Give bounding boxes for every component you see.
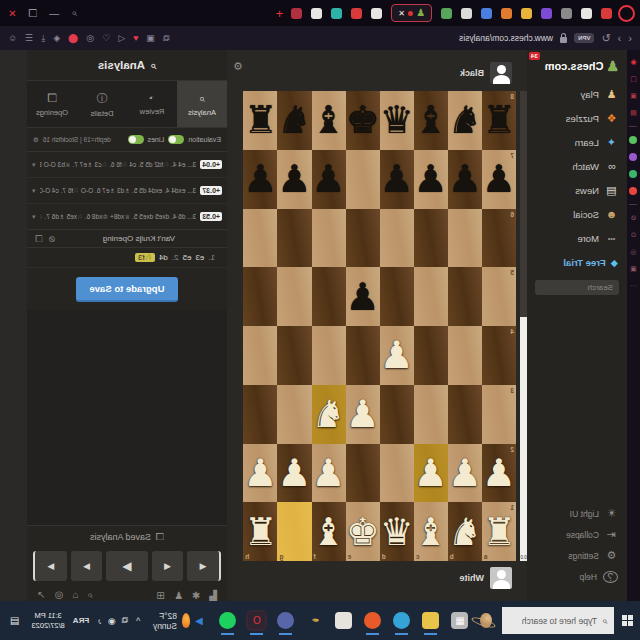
chevron-down-icon[interactable]: ▾ — [32, 187, 36, 195]
footer-item-help[interactable]: ?Help — [527, 566, 627, 587]
square-d7[interactable]: ♟ — [380, 150, 414, 209]
heart-filled-icon[interactable]: ♥ — [133, 33, 138, 43]
footer-item-label: Light UI — [570, 509, 599, 519]
rank-label: 2 — [510, 446, 514, 453]
square-a1[interactable]: ♜1a — [482, 502, 516, 561]
black-piece-c7[interactable]: ♟ — [414, 160, 448, 198]
tray-icon[interactable]: ◉ — [108, 616, 116, 626]
first-move-button[interactable]: ◀ — [187, 551, 221, 581]
notes-app-icon[interactable] — [335, 612, 352, 629]
black-piece-a7[interactable]: ♟ — [482, 160, 516, 198]
sun-icon — [182, 613, 190, 628]
square-e5[interactable]: ♟ — [346, 267, 380, 326]
file-label: a — [484, 553, 488, 560]
square-b3[interactable] — [448, 385, 482, 444]
black-piece-h8[interactable]: ♜ — [243, 101, 277, 139]
tray-icon[interactable]: ♪ — [97, 616, 102, 626]
board-settings-gear-icon[interactable]: ⚙ — [233, 60, 243, 73]
black-piece-f7[interactable]: ♟ — [312, 160, 346, 198]
tab-analysis[interactable]: ⌕Analysis — [177, 81, 227, 127]
square-g2[interactable]: ♟ — [277, 444, 311, 503]
sidebar-item-more[interactable]: •••More — [527, 226, 627, 250]
footer-item-collapse[interactable]: ⇤Collapse — [527, 524, 627, 545]
library-icon[interactable]: ⌂ — [72, 589, 78, 601]
move-token[interactable]: e5 — [183, 253, 192, 262]
taskbar-clock[interactable]: 3:11 PM 8/27/2023 — [31, 611, 64, 631]
threats-icon[interactable]: ✱ — [192, 590, 200, 601]
black-piece-h7[interactable]: ♟ — [243, 160, 277, 198]
black-piece-e5[interactable]: ♟ — [346, 278, 380, 316]
white-piece-c2[interactable]: ♟ — [414, 454, 448, 492]
square-g5[interactable] — [277, 267, 311, 326]
chevron-down-icon[interactable]: ▾ — [32, 161, 36, 169]
square-f6[interactable] — [312, 209, 346, 268]
square-g1[interactable]: g — [277, 502, 311, 561]
reload-icon[interactable]: ↻ — [601, 32, 610, 45]
square-f7[interactable]: ♟ — [312, 150, 346, 209]
square-f2[interactable]: ♟ — [312, 444, 346, 503]
sidebar-item-news[interactable]: ▤News — [527, 178, 627, 202]
file-label: g — [279, 553, 283, 560]
notification-center-icon[interactable]: ▤ — [6, 615, 23, 626]
upgrade-row: Upgrade to Save — [27, 268, 227, 310]
lines-label: Lines — [148, 136, 165, 143]
download-icon[interactable]: ⤓ — [41, 33, 45, 44]
opening-name: Van't Kruijs Opening — [103, 234, 175, 243]
tab-favicon[interactable] — [601, 8, 612, 19]
screenshot-icon[interactable]: ▣ — [146, 33, 155, 43]
square-d6[interactable] — [380, 209, 414, 268]
sidebar-item-puzzles[interactable]: ❖Puzzles — [527, 106, 627, 130]
share-icon[interactable]: ⧉ — [163, 33, 169, 44]
square-c4[interactable] — [414, 326, 448, 385]
page-gutter — [0, 50, 27, 601]
square-a4[interactable]: 4 — [482, 326, 516, 385]
light-ui-icon: ☀ — [605, 507, 618, 520]
square-c8[interactable]: ♝ — [414, 91, 448, 150]
add-line-icon[interactable]: ⊞ — [157, 590, 165, 601]
next-move-button[interactable]: ▶ — [71, 551, 103, 581]
gx-blob-icon[interactable]: ⬤ — [68, 33, 78, 43]
move-list[interactable]: 1.e3e52.d4♘f3 — [27, 248, 227, 268]
opening-row[interactable]: Van't Kruijs Opening ⊘❐ — [27, 230, 227, 248]
square-c3[interactable] — [414, 385, 448, 444]
square-b6[interactable] — [448, 209, 482, 268]
white-piece-e3[interactable]: ♟ — [346, 395, 380, 433]
square-a6[interactable]: 6 — [482, 209, 516, 268]
edge-browser-icon[interactable] — [393, 612, 410, 629]
square-b7[interactable]: ♟ — [448, 150, 482, 209]
square-c2[interactable]: ♟ — [414, 444, 448, 503]
chess-board[interactable]: ♜8♞♝♛♚♝♞♜♟7♟♟♟♟♟♟65♟4♟3♟♞♟2♟♟♟♟♟♜1a♞b♝c♛… — [244, 91, 516, 561]
browser-tab-bar: ♟✕ + ⌕—❐✕ — [0, 0, 640, 27]
move-number[interactable]: 2. — [172, 253, 179, 262]
sidebar-item-label: Learn — [575, 137, 599, 148]
opera-menu-icon[interactable] — [618, 5, 635, 22]
square-h7[interactable]: ♟ — [243, 150, 277, 209]
file-label: b — [450, 553, 454, 560]
square-a8[interactable]: ♜8 — [482, 91, 516, 150]
square-e3[interactable]: ♟ — [346, 385, 380, 444]
square-g6[interactable] — [277, 209, 311, 268]
board-area: Black ⚙ 0.0 ♜8♞♝♛♚♝♞♜♟7♟♟♟♟♟♟65♟4♟3♟♞♟2♟… — [227, 50, 527, 601]
move-token[interactable]: d4 — [159, 253, 168, 262]
square-h2[interactable]: ♟ — [243, 444, 277, 503]
mirrored-screen: ♟✕ + ⌕—❐✕ ‹ › ↻ VPN www.chess.com/analys… — [0, 0, 640, 640]
eval-badge: +0.53 — [200, 212, 222, 221]
book-icon[interactable]: ❐ — [35, 234, 43, 244]
player-row-white: White — [460, 567, 513, 589]
square-f8[interactable]: ♝ — [312, 91, 346, 150]
rank-label: 4 — [510, 328, 514, 335]
taskbar-search[interactable]: ⌕ Type here to search — [502, 607, 615, 634]
square-a3[interactable]: 3 — [482, 385, 516, 444]
chart-icon[interactable]: ▙ — [209, 590, 217, 601]
share-icon[interactable]: ↗ — [37, 589, 45, 601]
file-label: h — [245, 553, 249, 560]
search-icon[interactable]: ⌕ — [87, 589, 93, 601]
white-piece-g2[interactable]: ♟ — [277, 454, 311, 492]
square-h4[interactable] — [243, 326, 277, 385]
tab-label: Analysis — [188, 108, 216, 117]
black-piece-f8[interactable]: ♝ — [312, 101, 346, 139]
square-e6[interactable] — [346, 209, 380, 268]
tab-favicon[interactable] — [521, 8, 532, 19]
square-b1[interactable]: ♞b — [448, 502, 482, 561]
pawn-logo-icon: ♟ — [606, 58, 619, 74]
square-e7[interactable] — [346, 150, 380, 209]
play-moves-button[interactable]: ▶ — [106, 551, 147, 581]
eval-badge: +0.04 — [200, 160, 222, 169]
square-e4[interactable] — [346, 326, 380, 385]
engine-prefs: Evaluation Lines depth=19 | Stockfish 16… — [27, 128, 227, 152]
empty-area — [27, 310, 227, 526]
address-bar[interactable]: www.chess.com/analysis — [459, 33, 553, 43]
target-icon[interactable]: ◎ — [86, 33, 94, 43]
flag-icon[interactable]: ◁ — [118, 33, 125, 43]
avatar[interactable] — [490, 62, 512, 84]
tab-favicon[interactable] — [441, 8, 452, 19]
square-e8[interactable]: ♚ — [346, 91, 380, 150]
tab-favicon[interactable] — [461, 8, 472, 19]
tray-icons[interactable]: ⧉◉♪ — [97, 615, 128, 626]
extension-icons[interactable]: ⧉▣♥◁♡◎⬤◈⤓☰☺ — [8, 33, 169, 44]
help-icon: ? — [603, 571, 618, 583]
panels-icon[interactable]: ▤ — [630, 109, 637, 117]
sidebar-item-label: Play — [581, 89, 599, 100]
square-e2[interactable] — [346, 444, 380, 503]
square-a5[interactable]: 5 — [482, 267, 516, 326]
evaluation-toggle[interactable] — [168, 135, 184, 144]
chesscom-favicon: ♟ — [416, 8, 425, 18]
chesscom-sidebar: ♟ Chess.com 34 ♟Play❖Puzzles✦Learn∞Watch… — [527, 50, 627, 601]
tab-favicon[interactable] — [581, 8, 592, 19]
puzzles-icon: ❖ — [605, 112, 618, 125]
square-d1[interactable]: ♛d — [380, 502, 414, 561]
file-explorer-icon[interactable] — [422, 612, 439, 629]
ban-icon[interactable]: ⊘ — [49, 234, 56, 244]
sidebar-item-watch[interactable]: ∞Watch — [527, 154, 627, 178]
chesscom-logo[interactable]: ♟ Chess.com 34 — [527, 50, 627, 82]
evaluation-label: Evaluation — [188, 136, 221, 143]
menu-icon[interactable]: ☰ — [25, 33, 33, 43]
black-piece-d8[interactable]: ♛ — [380, 101, 414, 139]
opera-gx-sidebar[interactable]: ◉▢▣▤⊘⊙◎▣⋯ — [627, 50, 640, 601]
black-piece-c8[interactable]: ♝ — [414, 101, 448, 139]
whatsapp-icon[interactable] — [630, 136, 638, 144]
square-g8[interactable]: ♞ — [277, 91, 311, 150]
tab-favicon[interactable] — [351, 8, 362, 19]
panel-title: Analysis — [98, 59, 145, 71]
tab-details[interactable]: ⓘDetails — [77, 81, 127, 127]
gx-corner-icon[interactable]: ▣ — [630, 92, 637, 100]
window-control-maximize[interactable]: ❐ — [28, 8, 37, 19]
white-piece-b2[interactable]: ♟ — [448, 454, 482, 492]
tab-strip[interactable]: ♟✕ — [291, 4, 612, 22]
tray-icon[interactable]: ⧉ — [122, 615, 128, 626]
avatar[interactable] — [490, 567, 512, 589]
discord-icon[interactable] — [277, 612, 294, 629]
more-icon[interactable]: ⋯ — [630, 282, 637, 290]
square-f5[interactable] — [312, 267, 346, 326]
x-favicon: ✕ — [398, 9, 405, 18]
square-d5[interactable] — [380, 267, 414, 326]
search-input[interactable]: Search — [535, 280, 619, 295]
move-number[interactable]: 1. — [208, 253, 215, 262]
free-trial-button[interactable]: ◆ Free Trial — [527, 250, 627, 274]
active-tab[interactable]: ♟✕ — [391, 4, 432, 22]
square-c6[interactable] — [414, 209, 448, 268]
more-icon: ••• — [605, 235, 618, 242]
tab-favicon[interactable] — [311, 8, 322, 19]
divider — [630, 204, 638, 205]
heart-outline-icon[interactable]: ♡ — [102, 33, 110, 43]
square-h6[interactable] — [243, 209, 277, 268]
square-f1[interactable]: ♝f — [312, 502, 346, 561]
tab-favicon[interactable] — [371, 8, 382, 19]
square-c5[interactable] — [414, 267, 448, 326]
sidebar-footer: ☀Light UI⇤Collapse⚙Settings?Help — [527, 503, 627, 601]
media-player-icon[interactable]: ▶ — [190, 612, 207, 629]
square-h1[interactable]: ♜h — [243, 502, 277, 561]
opera-gx-icon[interactable]: O — [248, 612, 265, 629]
saturn-icon[interactable] — [480, 613, 491, 628]
learn-icon: ✦ — [605, 136, 618, 149]
speed-dial-icon[interactable]: ▢ — [630, 75, 637, 83]
square-d2[interactable] — [380, 444, 414, 503]
square-h8[interactable]: ♜ — [243, 91, 277, 150]
footer-item-label: Help — [580, 572, 597, 582]
tab-favicon[interactable] — [331, 8, 342, 19]
player-icon[interactable]: ⊙ — [631, 231, 637, 239]
line-moves: 3... exd4 4. exd4 d5 5. ♗d3 ♗e7 6. O-O ♘… — [40, 187, 197, 195]
analysis-tab-icon: ⌕ — [199, 92, 205, 105]
white-piece-b1[interactable]: ♞ — [448, 513, 482, 551]
square-b2[interactable]: ♟ — [448, 444, 482, 503]
collapse-icon: ⇤ — [605, 528, 618, 541]
black-piece-a8[interactable]: ♜ — [482, 101, 516, 139]
record-icon[interactable]: ◎ — [54, 589, 63, 601]
white-piece-d4[interactable]: ♟ — [380, 336, 414, 374]
window-controls[interactable]: ⌕—❐✕ — [0, 7, 77, 19]
square-c1[interactable]: ♝c — [414, 502, 448, 561]
square-b4[interactable] — [448, 326, 482, 385]
engine-gear-icon[interactable]: ⚙ — [33, 136, 39, 144]
square-h3[interactable] — [243, 385, 277, 444]
folder-icon: ❒ — [156, 532, 164, 542]
tab-favicon[interactable] — [541, 8, 552, 19]
white-piece-h1[interactable]: ♜ — [243, 513, 277, 551]
taskbar-apps: ▦✒O▶ — [190, 612, 468, 629]
tab-label: Openings — [36, 108, 68, 117]
square-c7[interactable]: ♟ — [414, 150, 448, 209]
black-piece-g7[interactable]: ♟ — [277, 160, 311, 198]
lock-icon — [560, 37, 567, 43]
profile-icon[interactable]: ☺ — [8, 33, 17, 43]
footer-item-light-ui[interactable]: ☀Light UI — [527, 503, 627, 524]
extensions-icon[interactable]: ▣ — [630, 265, 637, 273]
square-g7[interactable]: ♟ — [277, 150, 311, 209]
sidebar-item-play[interactable]: ♟Play — [527, 82, 627, 106]
notification-badge: 34 — [529, 52, 540, 60]
tab-openings[interactable]: ❐Openings — [27, 81, 77, 127]
blocker-icon[interactable]: ⊘ — [631, 214, 637, 222]
saved-analysis-row[interactable]: ❒ Saved Analysis — [27, 526, 227, 548]
move-token[interactable]: ♘f3 — [135, 253, 155, 262]
new-tab-button[interactable]: + — [276, 6, 284, 21]
move-nav-buttons: ◀◀▶▶▶ — [27, 548, 227, 584]
lines-toggle[interactable] — [128, 135, 144, 144]
instagram-icon[interactable] — [630, 153, 638, 161]
white-piece-f2[interactable]: ♟ — [312, 454, 346, 492]
white-piece-f1[interactable]: ♝ — [312, 513, 346, 551]
square-f4[interactable] — [312, 326, 346, 385]
openings-tab-icon: ❐ — [47, 92, 57, 105]
tab-favicon[interactable] — [501, 8, 512, 19]
task-view-icon[interactable]: ▦ — [451, 612, 468, 629]
back-icon[interactable]: ‹ — [628, 32, 632, 44]
black-piece-b7[interactable]: ♟ — [448, 160, 482, 198]
square-g3[interactable] — [277, 385, 311, 444]
square-a7[interactable]: ♟7 — [482, 150, 516, 209]
black-piece-g8[interactable]: ♞ — [277, 101, 311, 139]
tab-review[interactable]: ◔Review — [127, 81, 177, 127]
square-g4[interactable] — [277, 326, 311, 385]
eval-badge: +0.37 — [200, 186, 222, 195]
player-row-black: Black — [460, 62, 512, 84]
start-button[interactable] — [614, 615, 640, 627]
window-control-search[interactable]: ⌕ — [71, 7, 77, 19]
footer-item-label: Collapse — [566, 530, 599, 540]
footer-item-settings[interactable]: ⚙Settings — [527, 545, 627, 566]
square-h5[interactable] — [243, 267, 277, 326]
white-piece-h2[interactable]: ♟ — [243, 454, 277, 492]
footer-item-label: Settings — [568, 551, 599, 561]
white-piece-c1[interactable]: ♝ — [414, 513, 448, 551]
square-d8[interactable]: ♛ — [380, 91, 414, 150]
square-d3[interactable] — [380, 385, 414, 444]
windows-taskbar: ⌕ Type here to search ▦✒O▶ 82°F Sunny ^ … — [0, 601, 640, 640]
saved-analysis-label: Saved Analysis — [90, 532, 151, 542]
last-move-button[interactable]: ▶ — [33, 551, 67, 581]
white-piece-e1[interactable]: ♚ — [346, 513, 380, 551]
spotify-icon[interactable] — [630, 170, 638, 178]
sidebar-item-label: Social — [573, 209, 599, 220]
white-piece-f3[interactable]: ♞ — [312, 395, 346, 433]
history-icon[interactable]: ◎ — [630, 248, 636, 256]
tray-chevron[interactable]: ^ — [136, 616, 140, 626]
quill-app-icon[interactable]: ✒ — [306, 612, 323, 629]
tab-label: Review — [140, 107, 165, 116]
sidebar-item-label: News — [575, 185, 599, 196]
line-moves: 3... d6 4. dxe5 dxe5 5. ♕xd8+ ♔xd8 6. ♘x… — [40, 213, 197, 221]
square-f3[interactable]: ♞ — [312, 385, 346, 444]
white-piece-a1[interactable]: ♜ — [482, 513, 516, 551]
engine-info[interactable]: depth=19 | Stockfish 16 ⚙ — [33, 136, 111, 144]
file-label: e — [348, 553, 352, 560]
tab-favicon[interactable] — [291, 8, 302, 19]
pieces-icon[interactable]: ♟ — [174, 590, 183, 601]
search-icon: ⌕ — [602, 615, 608, 627]
youtube-icon[interactable] — [630, 187, 638, 195]
prev-move-button[interactable]: ◀ — [152, 551, 184, 581]
panel-header: ⌕ Analysis — [27, 50, 227, 81]
vpn-badge[interactable]: VPN — [574, 33, 594, 43]
square-e1[interactable]: ♚e — [346, 502, 380, 561]
rank-label: 3 — [510, 387, 514, 394]
file-label: c — [416, 553, 420, 560]
gx-logo-icon[interactable]: ◉ — [630, 58, 636, 66]
spotify-icon[interactable] — [219, 612, 236, 629]
forward-icon[interactable]: › — [618, 32, 622, 44]
tab-favicon[interactable] — [561, 8, 572, 19]
square-a2[interactable]: ♟2 — [482, 444, 516, 503]
white-piece-d1[interactable]: ♛ — [380, 513, 414, 551]
sidebar-item-social[interactable]: ☻Social — [527, 202, 627, 226]
square-b5[interactable] — [448, 267, 482, 326]
analysis-panel: ⌕ Analysis ⌕Analysis◔ReviewⓘDetails❐Open… — [27, 50, 227, 601]
black-piece-d7[interactable]: ♟ — [380, 160, 414, 198]
sidebar-nav: ♟Play❖Puzzles✦Learn∞Watch▤News☻Social•••… — [527, 82, 627, 250]
black-piece-e8[interactable]: ♚ — [346, 101, 380, 139]
engine-line[interactable]: +0.043... e4 4. ♘fd2 d5 5. c4 ♘f6 6. ♘c3… — [27, 152, 227, 178]
sidebar-item-label: Puzzles — [566, 113, 599, 124]
details-tab-icon: ⓘ — [97, 91, 108, 106]
white-piece-a2[interactable]: ♟ — [482, 454, 516, 492]
engine-line[interactable]: +0.373... exd4 4. exd4 d5 5. ♗d3 ♗e7 6. … — [27, 178, 227, 204]
panel-bottom-icons: ▙✱♟⊞ ⌕⌂◎↗ — [27, 584, 227, 601]
shield-icon[interactable]: ◈ — [53, 33, 60, 43]
chevron-down-icon[interactable]: ▾ — [32, 213, 36, 221]
upgrade-to-save-button[interactable]: Upgrade to Save — [76, 277, 179, 302]
move-token[interactable]: e3 — [195, 253, 204, 262]
black-piece-b8[interactable]: ♞ — [448, 101, 482, 139]
player-name: Black — [460, 68, 484, 78]
sidebar-item-learn[interactable]: ✦Learn — [527, 130, 627, 154]
square-b8[interactable]: ♞ — [448, 91, 482, 150]
play-icon: ♟ — [605, 88, 618, 101]
engine-line[interactable]: +0.533... d6 4. dxe5 dxe5 5. ♕xd8+ ♔xd8 … — [27, 204, 227, 229]
language-indicator[interactable]: FRA — [73, 616, 89, 625]
dot-favicon — [408, 11, 413, 16]
window-control-minimize[interactable]: — — [49, 8, 59, 19]
window-control-close[interactable]: ✕ — [8, 8, 16, 19]
square-d4[interactable]: ♟ — [380, 326, 414, 385]
weather-widget[interactable]: 82°F Sunny — [148, 611, 190, 631]
flame-app-icon[interactable] — [364, 612, 381, 629]
tab-favicon[interactable] — [481, 8, 492, 19]
windows-icon — [621, 615, 633, 627]
